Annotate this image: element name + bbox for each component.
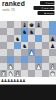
square-g7[interactable] bbox=[42, 28, 49, 35]
rank-label: rank: 15 bbox=[2, 8, 14, 12]
square-b3[interactable] bbox=[7, 56, 14, 63]
black-bishop[interactable]: ♝ bbox=[35, 21, 42, 28]
square-d7[interactable]: ♞ bbox=[21, 28, 28, 35]
square-d1[interactable] bbox=[21, 70, 28, 77]
scores-button[interactable]: ★scores bbox=[38, 11, 55, 15]
scores-button-label: scores bbox=[47, 12, 54, 15]
square-b8[interactable] bbox=[7, 21, 14, 28]
white-bishop[interactable]: ♝ bbox=[14, 70, 21, 77]
square-h1[interactable]: ♚ bbox=[49, 70, 56, 77]
square-b2[interactable]: ♞ bbox=[7, 63, 14, 70]
square-b4[interactable] bbox=[7, 49, 14, 56]
square-c3[interactable] bbox=[14, 56, 21, 63]
captured-pieces-tray: ♟♟♟♟♟♟♟♟ bbox=[1, 77, 56, 84]
square-d5[interactable]: ♞ bbox=[21, 42, 28, 49]
square-g1[interactable] bbox=[42, 70, 49, 77]
white-rook[interactable]: ♜ bbox=[0, 70, 7, 77]
black-pawn[interactable]: ♟ bbox=[49, 35, 56, 42]
menu-button[interactable]: ≡menu bbox=[40, 1, 55, 5]
square-h5[interactable]: ♟ bbox=[49, 42, 56, 49]
square-a7[interactable] bbox=[0, 28, 7, 35]
square-f3[interactable] bbox=[35, 56, 42, 63]
square-h3[interactable] bbox=[49, 56, 56, 63]
square-b1[interactable]: ♞ bbox=[7, 70, 14, 77]
square-c2[interactable] bbox=[14, 63, 21, 70]
square-e7[interactable]: ♞ bbox=[28, 28, 35, 35]
black-knight[interactable]: ♞ bbox=[14, 35, 21, 42]
square-d4[interactable] bbox=[21, 49, 28, 56]
square-d6[interactable] bbox=[21, 35, 28, 42]
square-h4[interactable] bbox=[49, 49, 56, 56]
black-pawn[interactable]: ♟ bbox=[49, 42, 56, 49]
white-bishop[interactable]: ♝ bbox=[49, 63, 56, 70]
captured-pawn-icon: ♟ bbox=[22, 77, 26, 84]
square-f1[interactable] bbox=[35, 70, 42, 77]
white-knight[interactable]: ♞ bbox=[7, 70, 14, 77]
square-e4[interactable]: ♟ bbox=[28, 49, 35, 56]
black-knight[interactable]: ♞ bbox=[28, 28, 35, 35]
square-e1[interactable] bbox=[28, 70, 35, 77]
square-g8[interactable] bbox=[42, 21, 49, 28]
undo-button-label: undo (25) bbox=[44, 7, 54, 10]
square-c6[interactable]: ♞ bbox=[14, 35, 21, 42]
black-knight[interactable]: ♞ bbox=[21, 28, 28, 35]
square-e8[interactable]: ♚ bbox=[28, 21, 35, 28]
square-d2[interactable] bbox=[21, 63, 28, 70]
square-c5[interactable] bbox=[14, 42, 21, 49]
square-a3[interactable] bbox=[0, 56, 7, 63]
white-pawn[interactable]: ♟ bbox=[35, 63, 42, 70]
square-e2[interactable] bbox=[28, 63, 35, 70]
square-c1[interactable]: ♝ bbox=[14, 70, 21, 77]
square-f7[interactable] bbox=[35, 28, 42, 35]
square-f8[interactable]: ♝ bbox=[35, 21, 42, 28]
square-h8[interactable] bbox=[49, 21, 56, 28]
black-knight[interactable]: ♞ bbox=[21, 42, 28, 49]
square-f5[interactable] bbox=[35, 42, 42, 49]
square-b5[interactable] bbox=[7, 42, 14, 49]
stage: ranked rank: 15 ≡menu ↺undo (25) ★scores… bbox=[0, 0, 56, 100]
square-c4[interactable] bbox=[14, 49, 21, 56]
square-g6[interactable] bbox=[42, 35, 49, 42]
square-a5[interactable] bbox=[0, 42, 7, 49]
app-screen: ranked rank: 15 ≡menu ↺undo (25) ★scores… bbox=[0, 0, 56, 100]
square-a4[interactable] bbox=[0, 49, 7, 56]
square-a1[interactable]: ♜ bbox=[0, 70, 7, 77]
square-d3[interactable] bbox=[21, 56, 28, 63]
square-b7[interactable] bbox=[7, 28, 14, 35]
square-a6[interactable] bbox=[0, 35, 7, 42]
square-f6[interactable] bbox=[35, 35, 42, 42]
chess-board: ♝♚♝♞♞♞♟♞♟♟♞♟♝♜♞♝♚ bbox=[0, 21, 56, 77]
undo-button[interactable]: ↺undo (25) bbox=[34, 6, 55, 10]
square-f4[interactable] bbox=[35, 49, 42, 56]
square-g4[interactable] bbox=[42, 49, 49, 56]
black-bishop[interactable]: ♝ bbox=[21, 21, 28, 28]
menu-button-label: menu bbox=[48, 2, 54, 5]
square-e5[interactable] bbox=[28, 42, 35, 49]
square-c7[interactable] bbox=[14, 28, 21, 35]
white-pawn[interactable]: ♟ bbox=[28, 49, 35, 56]
square-h7[interactable] bbox=[49, 28, 56, 35]
black-king[interactable]: ♚ bbox=[28, 21, 35, 28]
square-a2[interactable] bbox=[0, 63, 7, 70]
square-g3[interactable] bbox=[42, 56, 49, 63]
square-c8[interactable] bbox=[14, 21, 21, 28]
square-f2[interactable]: ♟ bbox=[35, 63, 42, 70]
square-g5[interactable] bbox=[42, 42, 49, 49]
page-title: ranked bbox=[2, 0, 25, 8]
square-b6[interactable] bbox=[7, 35, 14, 42]
square-d8[interactable]: ♝ bbox=[21, 21, 28, 28]
square-a8[interactable] bbox=[0, 21, 7, 28]
square-e6[interactable] bbox=[28, 35, 35, 42]
square-e3[interactable] bbox=[28, 56, 35, 63]
white-king[interactable]: ♚ bbox=[49, 70, 56, 77]
bottom-band bbox=[0, 85, 56, 101]
square-h2[interactable]: ♝ bbox=[49, 63, 56, 70]
square-g2[interactable] bbox=[42, 63, 49, 70]
white-knight[interactable]: ♞ bbox=[7, 63, 14, 70]
square-h6[interactable]: ♟ bbox=[49, 35, 56, 42]
